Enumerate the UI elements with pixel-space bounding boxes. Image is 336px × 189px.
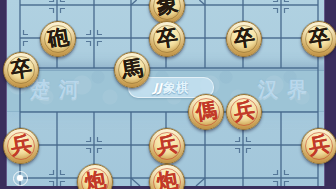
piece-red-soldier[interactable]: 兵 xyxy=(226,94,262,130)
board-frame-left xyxy=(0,0,7,189)
piece-glyph: 兵 xyxy=(8,127,34,164)
river-text-chu-he: 楚河 xyxy=(30,76,88,103)
piece-glyph: 炮 xyxy=(82,163,108,189)
piece-black-cannon[interactable]: 砲 xyxy=(40,21,76,57)
piece-black-soldier[interactable]: 卒 xyxy=(301,21,336,57)
piece-glyph: 炮 xyxy=(154,163,180,189)
piece-red-soldier[interactable]: 兵 xyxy=(301,128,336,164)
piece-glyph: 傌 xyxy=(193,93,219,130)
piece-glyph: 砲 xyxy=(45,20,71,57)
piece-glyph: 兵 xyxy=(231,93,257,130)
piece-black-soldier[interactable]: 卒 xyxy=(149,21,185,57)
piece-glyph: 卒 xyxy=(8,51,34,88)
piece-glyph: 馬 xyxy=(119,51,145,88)
piece-black-soldier[interactable]: 卒 xyxy=(226,21,262,57)
piece-black-horse[interactable]: 馬 xyxy=(114,52,150,88)
logo-jj-text: JJ xyxy=(153,81,162,95)
piece-glyph: 卒 xyxy=(154,20,180,57)
logo-name-text: 象棋 xyxy=(163,79,189,97)
piece-black-soldier[interactable]: 卒 xyxy=(3,52,39,88)
piece-red-soldier[interactable]: 兵 xyxy=(3,128,39,164)
last-move-dot xyxy=(13,171,28,186)
piece-glyph: 兵 xyxy=(154,127,180,164)
piece-red-soldier[interactable]: 兵 xyxy=(149,128,185,164)
piece-glyph: 兵 xyxy=(306,127,332,164)
piece-glyph: 卒 xyxy=(306,20,332,57)
piece-glyph: 卒 xyxy=(231,20,257,57)
xiangqi-board-screen[interactable]: 楚河 汉界 JJ 象棋 象砲卒卒卒卒馬傌兵兵兵兵炮炮 xyxy=(0,0,336,189)
river-text-han-jie: 汉界 xyxy=(258,76,316,103)
piece-red-horse[interactable]: 傌 xyxy=(188,94,224,130)
